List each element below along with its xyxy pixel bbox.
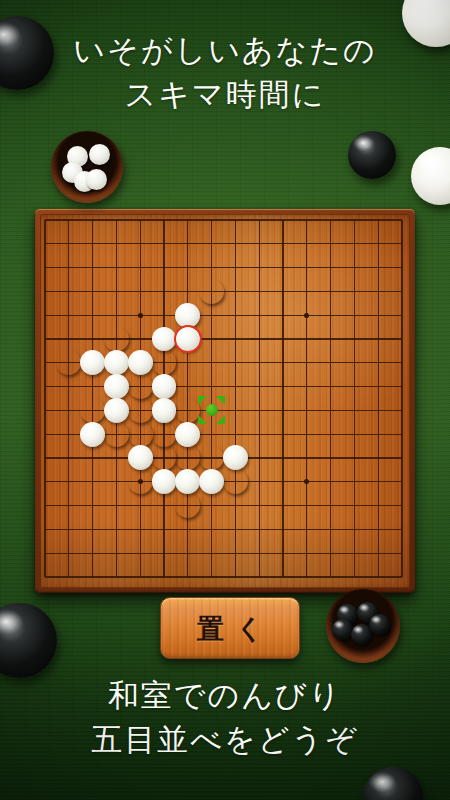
board-cell[interactable] xyxy=(128,422,152,446)
board-cell[interactable] xyxy=(57,398,81,422)
board-cell[interactable] xyxy=(247,470,271,494)
board-cell[interactable] xyxy=(366,232,390,256)
board-cell[interactable] xyxy=(57,303,81,327)
board-cell[interactable] xyxy=(200,327,224,351)
board-cell[interactable] xyxy=(390,208,414,232)
board-cell[interactable] xyxy=(366,470,390,494)
board-cell[interactable] xyxy=(128,351,152,375)
board-cell[interactable] xyxy=(319,280,343,304)
board-cell[interactable] xyxy=(152,565,176,589)
board-cell[interactable] xyxy=(295,446,319,470)
board-cell[interactable] xyxy=(200,280,224,304)
grid-vline xyxy=(259,541,260,565)
board-cell[interactable] xyxy=(342,256,366,280)
board-cell[interactable] xyxy=(390,375,414,399)
board-cell[interactable] xyxy=(200,208,224,232)
board-cell[interactable] xyxy=(176,280,200,304)
board-cell[interactable] xyxy=(105,208,129,232)
board-cell[interactable] xyxy=(105,446,129,470)
board-cell[interactable] xyxy=(247,232,271,256)
board-cell[interactable] xyxy=(105,327,129,351)
stone-white xyxy=(104,350,129,375)
board-cell[interactable] xyxy=(223,446,247,470)
board-cell[interactable] xyxy=(247,446,271,470)
board-cell[interactable] xyxy=(295,232,319,256)
board-cell[interactable] xyxy=(176,232,200,256)
board-cell[interactable] xyxy=(271,422,295,446)
board-cell[interactable] xyxy=(81,422,105,446)
board-cell[interactable] xyxy=(247,280,271,304)
board-cell[interactable] xyxy=(366,256,390,280)
board-cell[interactable] xyxy=(366,494,390,518)
grid-vline xyxy=(92,256,93,280)
board-cell[interactable] xyxy=(247,351,271,375)
board-cell[interactable] xyxy=(342,541,366,565)
board-cell[interactable] xyxy=(366,541,390,565)
board-cell[interactable] xyxy=(176,303,200,327)
board-cell[interactable] xyxy=(57,422,81,446)
board-cell[interactable] xyxy=(176,398,200,422)
board-cell[interactable] xyxy=(152,256,176,280)
board-cell[interactable] xyxy=(342,375,366,399)
board-cell[interactable] xyxy=(295,517,319,541)
board-cell[interactable] xyxy=(152,494,176,518)
board-cell[interactable] xyxy=(342,303,366,327)
board-cell[interactable] xyxy=(33,351,57,375)
board-cell[interactable] xyxy=(342,422,366,446)
board-cell[interactable] xyxy=(271,232,295,256)
board-cell[interactable] xyxy=(128,541,152,565)
grid-vline xyxy=(259,565,260,577)
board-cell[interactable] xyxy=(33,232,57,256)
grid-vline xyxy=(401,256,402,280)
board-cell[interactable] xyxy=(319,470,343,494)
board-cell[interactable] xyxy=(200,517,224,541)
board-cell[interactable] xyxy=(247,303,271,327)
star-point xyxy=(138,313,143,318)
board-cell[interactable] xyxy=(105,565,129,589)
board-cell[interactable] xyxy=(223,375,247,399)
board-cell[interactable] xyxy=(105,375,129,399)
board-cell[interactable] xyxy=(366,327,390,351)
board-cell[interactable] xyxy=(57,327,81,351)
board-cell[interactable] xyxy=(105,351,129,375)
grid-vline xyxy=(282,232,283,256)
board-cell[interactable] xyxy=(295,375,319,399)
board-cell[interactable] xyxy=(342,351,366,375)
board-cell[interactable] xyxy=(105,517,129,541)
board-cell[interactable] xyxy=(33,541,57,565)
board-cell[interactable] xyxy=(200,565,224,589)
board-cell[interactable] xyxy=(81,398,105,422)
board-cell[interactable] xyxy=(390,517,414,541)
board-cell[interactable] xyxy=(390,327,414,351)
grid-vline xyxy=(306,351,307,375)
board-cell[interactable] xyxy=(57,256,81,280)
board-cell[interactable] xyxy=(271,303,295,327)
board-cell[interactable] xyxy=(366,446,390,470)
grid-vline xyxy=(92,446,93,470)
board-cell[interactable] xyxy=(271,446,295,470)
board-cell[interactable] xyxy=(128,398,152,422)
grid-vline xyxy=(378,494,379,518)
stone-white xyxy=(175,303,200,328)
board-cell[interactable] xyxy=(33,517,57,541)
board-cell[interactable] xyxy=(247,327,271,351)
board-cell[interactable] xyxy=(390,494,414,518)
board-cell[interactable] xyxy=(366,422,390,446)
board-cell[interactable] xyxy=(57,494,81,518)
board-cell[interactable] xyxy=(128,280,152,304)
board-cell[interactable] xyxy=(152,327,176,351)
grid-vline xyxy=(401,280,402,304)
board-cell[interactable] xyxy=(366,375,390,399)
board-cell[interactable] xyxy=(81,327,105,351)
board-cell[interactable] xyxy=(223,280,247,304)
board-cell[interactable] xyxy=(342,327,366,351)
board-cell[interactable] xyxy=(57,208,81,232)
board-cell[interactable] xyxy=(366,565,390,589)
board-cell[interactable] xyxy=(366,517,390,541)
board-cell[interactable] xyxy=(319,375,343,399)
board-cell[interactable] xyxy=(295,351,319,375)
board-cell[interactable] xyxy=(295,256,319,280)
board-cell[interactable] xyxy=(81,232,105,256)
grid-vline xyxy=(401,375,402,399)
board-cell[interactable] xyxy=(152,351,176,375)
grid-hline xyxy=(390,338,402,339)
board-cell[interactable] xyxy=(295,398,319,422)
board-cell[interactable] xyxy=(342,208,366,232)
board-cell[interactable] xyxy=(247,375,271,399)
board-cell[interactable] xyxy=(152,208,176,232)
board-cell[interactable] xyxy=(390,565,414,589)
board-cell[interactable] xyxy=(223,398,247,422)
board-cell[interactable] xyxy=(390,280,414,304)
board-cell[interactable] xyxy=(152,470,176,494)
board-cell[interactable] xyxy=(33,256,57,280)
board-cell[interactable] xyxy=(33,565,57,589)
board-cell[interactable] xyxy=(200,256,224,280)
board-cell[interactable] xyxy=(176,375,200,399)
board-cell[interactable] xyxy=(81,208,105,232)
board-cell[interactable] xyxy=(176,470,200,494)
board-cell[interactable] xyxy=(176,494,200,518)
board-cell[interactable] xyxy=(81,446,105,470)
board-cell[interactable] xyxy=(81,541,105,565)
board-cell[interactable] xyxy=(152,541,176,565)
grid-vline xyxy=(259,422,260,446)
board-cell[interactable] xyxy=(105,494,129,518)
board-cell[interactable] xyxy=(319,565,343,589)
board-cell[interactable] xyxy=(200,422,224,446)
app-screen: いそがしいあなたの スキマ時間に 置く 和室でのんびり 五目並べをどうぞ xyxy=(0,0,450,800)
board-cell[interactable] xyxy=(342,446,366,470)
board-cell[interactable] xyxy=(319,541,343,565)
board-cell[interactable] xyxy=(295,494,319,518)
board-cell[interactable] xyxy=(33,208,57,232)
board-cell[interactable] xyxy=(81,375,105,399)
board-cell[interactable] xyxy=(390,256,414,280)
board-cell[interactable] xyxy=(342,398,366,422)
board-cell[interactable] xyxy=(152,303,176,327)
grid-hline xyxy=(45,434,57,435)
board-cell[interactable] xyxy=(319,517,343,541)
board-cell[interactable] xyxy=(342,494,366,518)
grid-vline xyxy=(401,327,402,351)
board-cell[interactable] xyxy=(200,494,224,518)
grid-vline xyxy=(163,232,164,256)
board-cell[interactable] xyxy=(223,565,247,589)
board-cell[interactable] xyxy=(152,232,176,256)
board-cell[interactable] xyxy=(319,327,343,351)
board-cell[interactable] xyxy=(247,256,271,280)
board-cell[interactable] xyxy=(319,232,343,256)
board-cell[interactable] xyxy=(342,517,366,541)
board-cell[interactable] xyxy=(176,446,200,470)
board-cell[interactable] xyxy=(247,422,271,446)
board-cell[interactable] xyxy=(223,232,247,256)
board-cell[interactable] xyxy=(81,351,105,375)
grid-vline xyxy=(211,351,212,375)
board-cell[interactable] xyxy=(223,208,247,232)
board-cell[interactable] xyxy=(128,494,152,518)
board-cell[interactable] xyxy=(319,351,343,375)
board-cell[interactable] xyxy=(152,375,176,399)
board-cell[interactable] xyxy=(223,303,247,327)
board-cell[interactable] xyxy=(247,398,271,422)
board-cell[interactable] xyxy=(33,280,57,304)
grid-vline xyxy=(259,375,260,399)
board-cell[interactable] xyxy=(152,280,176,304)
board-cell[interactable] xyxy=(319,208,343,232)
board-cell[interactable] xyxy=(390,398,414,422)
board-cell[interactable] xyxy=(33,422,57,446)
board-cell[interactable] xyxy=(319,446,343,470)
board-cell[interactable] xyxy=(319,256,343,280)
board-cell[interactable] xyxy=(247,208,271,232)
board-cell[interactable] xyxy=(247,517,271,541)
board-cell[interactable] xyxy=(295,327,319,351)
board-cell[interactable] xyxy=(200,398,224,422)
board-cell[interactable] xyxy=(81,280,105,304)
board-cell[interactable] xyxy=(128,565,152,589)
board-cell[interactable] xyxy=(57,470,81,494)
board-cell[interactable] xyxy=(81,517,105,541)
board-cell[interactable] xyxy=(152,398,176,422)
board-cell[interactable] xyxy=(176,565,200,589)
board-cell[interactable] xyxy=(271,327,295,351)
board-cell[interactable] xyxy=(319,398,343,422)
board-cell[interactable] xyxy=(200,541,224,565)
board-cell[interactable] xyxy=(200,351,224,375)
board-cell[interactable] xyxy=(128,208,152,232)
board-cell[interactable] xyxy=(176,422,200,446)
board-cell[interactable] xyxy=(33,470,57,494)
board-cell[interactable] xyxy=(271,208,295,232)
grid-vline xyxy=(163,494,164,518)
board-cell[interactable] xyxy=(33,494,57,518)
grid-vline xyxy=(259,280,260,304)
board-cell[interactable] xyxy=(271,351,295,375)
board-cell[interactable] xyxy=(57,565,81,589)
board-cell[interactable] xyxy=(105,280,129,304)
board-cell[interactable] xyxy=(366,303,390,327)
board-cell[interactable] xyxy=(319,422,343,446)
board-cell[interactable] xyxy=(390,232,414,256)
board-cell[interactable] xyxy=(57,232,81,256)
board-cell[interactable] xyxy=(295,303,319,327)
board-cell[interactable] xyxy=(342,280,366,304)
board-cell[interactable] xyxy=(390,446,414,470)
board-cell[interactable] xyxy=(81,303,105,327)
board-cell[interactable] xyxy=(223,541,247,565)
board-cell[interactable] xyxy=(176,351,200,375)
board-cell[interactable] xyxy=(223,351,247,375)
board-cell[interactable] xyxy=(271,541,295,565)
board-cell[interactable] xyxy=(319,494,343,518)
grid-vline xyxy=(92,565,93,577)
board-cell[interactable] xyxy=(105,303,129,327)
board-cell[interactable] xyxy=(295,422,319,446)
board-cell[interactable] xyxy=(223,327,247,351)
board-cell[interactable] xyxy=(128,446,152,470)
stone-white xyxy=(128,350,153,375)
board-cell[interactable] xyxy=(128,517,152,541)
board-cell[interactable] xyxy=(81,565,105,589)
board-cell[interactable] xyxy=(247,494,271,518)
grid-vline xyxy=(211,220,212,232)
grid-hline xyxy=(390,267,402,268)
board-cell[interactable] xyxy=(105,232,129,256)
place-button[interactable]: 置く xyxy=(160,597,300,659)
board-cell[interactable] xyxy=(33,398,57,422)
board-cell[interactable] xyxy=(200,232,224,256)
grid-vline xyxy=(68,256,69,280)
board-cell[interactable] xyxy=(295,541,319,565)
board-cell[interactable] xyxy=(200,446,224,470)
board-cell[interactable] xyxy=(128,470,152,494)
board-cell[interactable] xyxy=(33,446,57,470)
board-cell[interactable] xyxy=(271,256,295,280)
board-cell[interactable] xyxy=(247,541,271,565)
board-cell[interactable] xyxy=(390,303,414,327)
grid-vline xyxy=(211,398,212,422)
board-cell[interactable] xyxy=(271,470,295,494)
board-cell[interactable] xyxy=(295,208,319,232)
board-cell[interactable] xyxy=(366,351,390,375)
star-point xyxy=(304,479,309,484)
board-cell[interactable] xyxy=(176,541,200,565)
board-cell[interactable] xyxy=(128,232,152,256)
board-cell[interactable] xyxy=(57,517,81,541)
board-cell[interactable] xyxy=(57,351,81,375)
board-cell[interactable] xyxy=(81,470,105,494)
board-cell[interactable] xyxy=(223,256,247,280)
grid-vline xyxy=(68,565,69,577)
board-cell[interactable] xyxy=(223,517,247,541)
board-cell[interactable] xyxy=(176,327,200,351)
decor-stone-black-bottom-right xyxy=(363,767,423,800)
board-cell[interactable] xyxy=(128,375,152,399)
board-cell[interactable] xyxy=(105,256,129,280)
board-cell[interactable] xyxy=(152,446,176,470)
board-cell[interactable] xyxy=(271,375,295,399)
board-cell[interactable] xyxy=(176,517,200,541)
board-cell[interactable] xyxy=(200,470,224,494)
board-cell[interactable] xyxy=(390,470,414,494)
board-cell[interactable] xyxy=(390,422,414,446)
cursor-corner-icon xyxy=(198,396,207,405)
board-cell[interactable] xyxy=(57,541,81,565)
bowl-black-stone xyxy=(369,614,390,635)
board-cell[interactable] xyxy=(271,280,295,304)
board-cell[interactable] xyxy=(152,517,176,541)
board-cell[interactable] xyxy=(128,327,152,351)
board-cell[interactable] xyxy=(128,303,152,327)
board-cell[interactable] xyxy=(200,375,224,399)
board-cell[interactable] xyxy=(57,375,81,399)
board-cell[interactable] xyxy=(366,208,390,232)
grid-vline xyxy=(235,351,236,375)
board-cell[interactable] xyxy=(271,565,295,589)
board-cell[interactable] xyxy=(33,303,57,327)
grid-vline xyxy=(235,422,236,446)
board-cell[interactable] xyxy=(390,351,414,375)
board-cell[interactable] xyxy=(366,280,390,304)
stone-white xyxy=(152,327,177,352)
board-cell[interactable] xyxy=(105,470,129,494)
board-cell[interactable] xyxy=(295,565,319,589)
board-cell[interactable] xyxy=(128,256,152,280)
board-cell[interactable] xyxy=(105,398,129,422)
board-cell[interactable] xyxy=(342,565,366,589)
board-cell[interactable] xyxy=(271,398,295,422)
board-cell[interactable] xyxy=(81,256,105,280)
board-cell[interactable] xyxy=(33,375,57,399)
grid-vline xyxy=(163,303,164,327)
board-cell[interactable] xyxy=(152,422,176,446)
board-cell[interactable] xyxy=(342,232,366,256)
board-cell[interactable] xyxy=(271,517,295,541)
board-cell[interactable] xyxy=(247,565,271,589)
stone-black xyxy=(175,445,200,470)
board-cell[interactable] xyxy=(342,470,366,494)
board-cell[interactable] xyxy=(105,422,129,446)
board-cell[interactable] xyxy=(319,303,343,327)
grid-vline xyxy=(68,422,69,446)
board-cell[interactable] xyxy=(176,208,200,232)
grid-vline xyxy=(401,351,402,375)
board-cell[interactable] xyxy=(105,541,129,565)
board-cell[interactable] xyxy=(223,422,247,446)
board-cell[interactable] xyxy=(271,494,295,518)
grid-vline xyxy=(330,446,331,470)
board-cell[interactable] xyxy=(33,327,57,351)
board-cell[interactable] xyxy=(390,541,414,565)
board-cell[interactable] xyxy=(57,446,81,470)
board-cell[interactable] xyxy=(223,494,247,518)
board-cell[interactable] xyxy=(295,280,319,304)
board-cell[interactable] xyxy=(57,280,81,304)
board-cell[interactable] xyxy=(366,398,390,422)
board-cell[interactable] xyxy=(200,303,224,327)
stone-black xyxy=(175,398,200,423)
board-cell[interactable] xyxy=(223,470,247,494)
board-cell[interactable] xyxy=(176,256,200,280)
board-cell[interactable] xyxy=(295,470,319,494)
board-cell[interactable] xyxy=(81,494,105,518)
